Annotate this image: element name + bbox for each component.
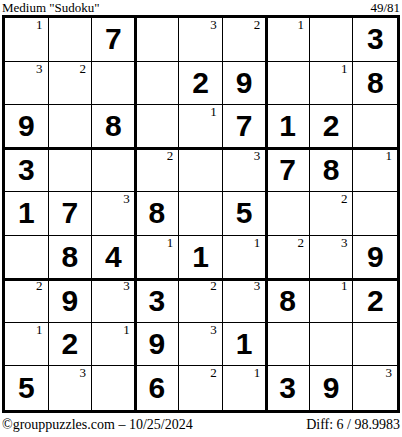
cell-digit: 2 xyxy=(353,279,397,322)
cell-r2c1[interactable]: 3 xyxy=(5,62,49,106)
cell-r5c8[interactable]: 2 xyxy=(310,192,354,236)
cell-r7c6[interactable]: 3 xyxy=(223,279,267,323)
cell-r7c9[interactable]: 2 xyxy=(353,279,397,323)
cell-r8c8[interactable] xyxy=(310,323,354,367)
cell-r6c5[interactable]: 1 xyxy=(179,236,223,280)
cell-digit: 3 xyxy=(5,149,48,192)
cell-r9c4[interactable]: 6 xyxy=(136,366,180,410)
cell-r5c9[interactable] xyxy=(353,192,397,236)
cell-r2c4[interactable] xyxy=(136,62,180,106)
pencil-mark: 2 xyxy=(254,18,261,32)
cell-r9c6[interactable]: 1 xyxy=(223,366,267,410)
pencil-mark: 3 xyxy=(123,192,130,206)
cell-r4c9[interactable]: 1 xyxy=(353,149,397,193)
cell-r8c3[interactable]: 1 xyxy=(92,323,136,367)
cell-r6c7[interactable]: 2 xyxy=(266,236,310,280)
cell-digit: 9 xyxy=(136,323,179,366)
cell-r3c5[interactable]: 1 xyxy=(179,105,223,149)
pencil-mark: 1 xyxy=(123,323,130,337)
cell-r1c1[interactable]: 1 xyxy=(5,18,49,62)
header: Medium "Sudoku" 49/81 xyxy=(2,0,400,15)
cell-r7c1[interactable]: 2 xyxy=(5,279,49,323)
cell-digit: 9 xyxy=(49,279,92,322)
footer-difficulty: Diff: 6 / 98.9983 xyxy=(306,417,400,433)
cell-r7c7[interactable]: 8 xyxy=(266,279,310,323)
cell-digit: 7 xyxy=(92,18,135,61)
pencil-mark: 3 xyxy=(386,366,393,380)
pencil-mark: 1 xyxy=(254,236,261,250)
cell-r4c6[interactable]: 3 xyxy=(223,149,267,193)
cell-r4c4[interactable]: 2 xyxy=(136,149,180,193)
cell-r9c8[interactable]: 9 xyxy=(310,366,354,410)
cell-digit: 9 xyxy=(353,236,397,279)
cell-r4c7[interactable]: 7 xyxy=(266,149,310,193)
cell-r7c4[interactable]: 3 xyxy=(136,279,180,323)
cell-r8c1[interactable]: 1 xyxy=(5,323,49,367)
pencil-mark: 1 xyxy=(167,236,174,250)
cell-r5c1[interactable]: 1 xyxy=(5,192,49,236)
cell-r2c7[interactable] xyxy=(266,62,310,106)
cell-r8c9[interactable] xyxy=(353,323,397,367)
cell-r1c5[interactable]: 3 xyxy=(179,18,223,62)
pencil-mark: 1 xyxy=(341,279,348,293)
pencil-mark: 3 xyxy=(254,149,261,163)
cell-digit: 3 xyxy=(136,279,179,322)
cell-r6c8[interactable]: 3 xyxy=(310,236,354,280)
cell-digit: 1 xyxy=(5,192,48,235)
cell-r8c7[interactable] xyxy=(266,323,310,367)
cell-r3c1[interactable]: 9 xyxy=(5,105,49,149)
cell-r3c8[interactable]: 2 xyxy=(310,105,354,149)
cell-r5c5[interactable] xyxy=(179,192,223,236)
pencil-mark: 1 xyxy=(297,18,304,32)
cell-r5c6[interactable]: 5 xyxy=(223,192,267,236)
cell-r2c2[interactable]: 2 xyxy=(49,62,93,106)
pencil-mark: 3 xyxy=(341,236,348,250)
cell-digit: 2 xyxy=(179,62,222,105)
pencil-mark: 1 xyxy=(36,323,43,337)
cell-r3c7[interactable]: 1 xyxy=(266,105,310,149)
cell-digit: 1 xyxy=(266,105,309,148)
cell-r1c2[interactable] xyxy=(49,18,93,62)
pencil-mark: 3 xyxy=(210,323,217,337)
footer-copyright: ©grouppuzzles.com – 10/25/2024 xyxy=(2,417,193,433)
cell-digit: 5 xyxy=(5,366,48,410)
cell-r7c3[interactable]: 3 xyxy=(92,279,136,323)
pencil-mark: 3 xyxy=(36,62,43,76)
pencil-mark: 3 xyxy=(254,279,261,293)
cell-r6c4[interactable]: 1 xyxy=(136,236,180,280)
cell-r1c3[interactable]: 7 xyxy=(92,18,136,62)
pencil-mark: 3 xyxy=(123,279,130,293)
cell-digit: 9 xyxy=(5,105,48,148)
cell-r6c1[interactable] xyxy=(5,236,49,280)
cell-r2c9[interactable]: 8 xyxy=(353,62,397,106)
cell-r3c2[interactable] xyxy=(49,105,93,149)
cell-r7c2[interactable]: 9 xyxy=(49,279,93,323)
cell-digit: 8 xyxy=(136,192,179,235)
cell-r7c5[interactable]: 2 xyxy=(179,279,223,323)
cell-r4c8[interactable]: 8 xyxy=(310,149,354,193)
cell-digit: 8 xyxy=(92,105,135,148)
pencil-mark: 2 xyxy=(80,62,87,76)
cell-r8c6[interactable]: 1 xyxy=(223,323,267,367)
cell-digit: 7 xyxy=(49,192,92,235)
cell-digit: 8 xyxy=(49,236,92,279)
pencil-mark: 1 xyxy=(386,149,393,163)
progress-counter: 49/81 xyxy=(370,1,400,15)
pencil-mark: 1 xyxy=(341,62,348,76)
cell-r1c6[interactable]: 2 xyxy=(223,18,267,62)
cell-digit: 8 xyxy=(310,149,353,192)
block-divider-horizontal-1 xyxy=(2,147,400,150)
pencil-mark: 1 xyxy=(210,105,217,119)
cell-digit: 9 xyxy=(310,366,353,410)
cell-digit: 5 xyxy=(223,192,266,235)
cell-r1c9[interactable]: 3 xyxy=(353,18,397,62)
cell-r9c5[interactable]: 2 xyxy=(179,366,223,410)
cell-r4c1[interactable]: 3 xyxy=(5,149,49,193)
pencil-mark: 2 xyxy=(341,192,348,206)
cell-digit: 3 xyxy=(353,18,397,61)
cell-r4c3[interactable] xyxy=(92,149,136,193)
sudoku-board: 1732133229189817123237811738528411123929… xyxy=(2,15,400,413)
cell-r1c8[interactable] xyxy=(310,18,354,62)
cell-digit: 8 xyxy=(353,62,397,105)
pencil-mark: 2 xyxy=(210,366,217,380)
cell-digit: 2 xyxy=(49,323,92,366)
cell-r2c6[interactable]: 9 xyxy=(223,62,267,106)
cell-r1c7[interactable]: 1 xyxy=(266,18,310,62)
cell-r5c2[interactable]: 7 xyxy=(49,192,93,236)
cell-r5c4[interactable]: 8 xyxy=(136,192,180,236)
cell-r3c3[interactable]: 8 xyxy=(92,105,136,149)
cell-digit: 6 xyxy=(136,366,179,410)
cell-r6c2[interactable]: 8 xyxy=(49,236,93,280)
cell-digit: 8 xyxy=(266,279,309,322)
cell-r5c3[interactable]: 3 xyxy=(92,192,136,236)
cell-r7c8[interactable]: 1 xyxy=(310,279,354,323)
cell-r3c4[interactable] xyxy=(136,105,180,149)
board-wrap: 1732133229189817123237811738528411123929… xyxy=(2,15,400,413)
cell-digit: 2 xyxy=(310,105,353,148)
cell-r2c3[interactable] xyxy=(92,62,136,106)
cell-digit: 7 xyxy=(223,105,266,148)
block-divider-vertical-2 xyxy=(265,15,268,413)
pencil-mark: 3 xyxy=(80,366,87,380)
cell-r3c9[interactable] xyxy=(353,105,397,149)
block-divider-vertical-1 xyxy=(134,15,137,413)
cell-digit: 3 xyxy=(266,366,309,410)
cell-digit: 1 xyxy=(223,323,266,366)
cell-r9c3[interactable] xyxy=(92,366,136,410)
cell-r4c5[interactable] xyxy=(179,149,223,193)
cell-digit: 1 xyxy=(179,236,222,279)
cell-digit: 4 xyxy=(92,236,135,279)
cell-digit: 7 xyxy=(266,149,309,192)
cell-r9c1[interactable]: 5 xyxy=(5,366,49,410)
cell-digit: 9 xyxy=(223,62,266,105)
page-title: Medium "Sudoku" xyxy=(2,1,100,15)
cell-r6c6[interactable]: 1 xyxy=(223,236,267,280)
block-divider-horizontal-2 xyxy=(2,278,400,281)
cell-r6c9[interactable]: 9 xyxy=(353,236,397,280)
cell-r5c7[interactable] xyxy=(266,192,310,236)
cell-r8c5[interactable]: 3 xyxy=(179,323,223,367)
pencil-mark: 2 xyxy=(297,236,304,250)
cell-r9c7[interactable]: 3 xyxy=(266,366,310,410)
pencil-mark: 1 xyxy=(36,18,43,32)
cell-r4c2[interactable] xyxy=(49,149,93,193)
cell-r9c2[interactable]: 3 xyxy=(49,366,93,410)
pencil-mark: 3 xyxy=(210,18,217,32)
page: Medium "Sudoku" 49/81 173213322918981712… xyxy=(0,0,402,433)
cell-r3c6[interactable]: 7 xyxy=(223,105,267,149)
pencil-mark: 1 xyxy=(254,366,261,380)
cell-r1c4[interactable] xyxy=(136,18,180,62)
cell-r8c4[interactable]: 9 xyxy=(136,323,180,367)
pencil-mark: 2 xyxy=(167,149,174,163)
cell-r2c5[interactable]: 2 xyxy=(179,62,223,106)
footer: ©grouppuzzles.com – 10/25/2024 Diff: 6 /… xyxy=(2,417,400,433)
pencil-mark: 2 xyxy=(36,279,43,293)
cell-r9c9[interactable]: 3 xyxy=(353,366,397,410)
cell-r2c8[interactable]: 1 xyxy=(310,62,354,106)
cell-r8c2[interactable]: 2 xyxy=(49,323,93,367)
cell-r6c3[interactable]: 4 xyxy=(92,236,136,280)
pencil-mark: 2 xyxy=(210,279,217,293)
